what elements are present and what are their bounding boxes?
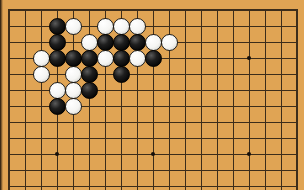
grid-line-horizontal <box>8 138 298 139</box>
grid-line-vertical <box>201 9 202 190</box>
black-stone[interactable] <box>49 34 66 51</box>
grid-line-vertical <box>265 9 266 190</box>
black-stone[interactable] <box>49 50 66 67</box>
black-stone[interactable] <box>81 66 98 83</box>
black-stone[interactable] <box>49 98 66 115</box>
white-stone[interactable] <box>97 18 114 35</box>
grid-line-vertical <box>185 9 186 190</box>
white-stone[interactable] <box>49 82 66 99</box>
star-point <box>151 152 155 156</box>
grid-line-vertical <box>41 9 42 190</box>
grid-line-vertical <box>296 9 298 190</box>
black-stone[interactable] <box>113 50 130 67</box>
grid-line-horizontal <box>8 186 298 187</box>
white-stone[interactable] <box>65 18 82 35</box>
white-stone[interactable] <box>65 82 82 99</box>
black-stone[interactable] <box>65 50 82 67</box>
black-stone[interactable] <box>49 18 66 35</box>
white-stone[interactable] <box>113 18 130 35</box>
black-stone[interactable] <box>145 50 162 67</box>
grid-line-vertical <box>281 9 282 190</box>
go-board-screenshot <box>0 0 304 190</box>
grid-line-horizontal <box>8 9 298 11</box>
white-stone[interactable] <box>129 50 146 67</box>
white-stone[interactable] <box>81 34 98 51</box>
white-stone[interactable] <box>129 18 146 35</box>
black-stone[interactable] <box>97 34 114 51</box>
white-stone[interactable] <box>33 50 50 67</box>
star-point <box>247 56 251 60</box>
white-stone[interactable] <box>97 50 114 67</box>
grid-line-horizontal <box>8 74 298 75</box>
board-left-edge-shadow <box>0 0 3 190</box>
black-stone[interactable] <box>113 66 130 83</box>
white-stone[interactable] <box>33 66 50 83</box>
grid-line-horizontal <box>8 122 298 123</box>
grid-line-vertical <box>8 9 10 190</box>
star-point <box>247 152 251 156</box>
white-stone[interactable] <box>65 98 82 115</box>
grid-line-vertical <box>249 9 250 190</box>
white-stone[interactable] <box>65 66 82 83</box>
black-stone[interactable] <box>129 34 146 51</box>
grid-line-vertical <box>217 9 218 190</box>
grid-line-horizontal <box>8 170 298 171</box>
star-point <box>55 152 59 156</box>
grid-line-vertical <box>233 9 234 190</box>
white-stone[interactable] <box>161 34 178 51</box>
white-stone[interactable] <box>145 34 162 51</box>
black-stone[interactable] <box>81 50 98 67</box>
black-stone[interactable] <box>113 34 130 51</box>
grid-line-vertical <box>25 9 26 190</box>
black-stone[interactable] <box>81 82 98 99</box>
